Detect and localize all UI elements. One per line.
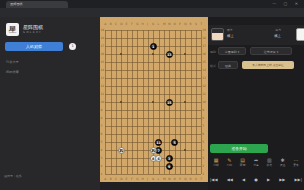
window-controls[interactable]: — ▢ ✕ — [272, 0, 301, 8]
coord-label-col: G — [136, 178, 138, 181]
toolbar: ▦判断✎支招▤研究➦分享▥棋谱✱设置⋯更多 — [210, 156, 302, 172]
coord-label-col: M — [163, 23, 166, 26]
app-window: 星阵围棋 — ▢ ✕ ← → 19x19.com/goweb 星 星阵围棋 GO… — [0, 0, 304, 190]
coord-label-row: 1 — [202, 173, 204, 176]
nav-button[interactable]: ▶ — [267, 175, 270, 184]
coord-label-col: P — [179, 23, 181, 26]
nav-button[interactable]: ● — [254, 175, 258, 184]
coord-label-row: 11 — [100, 93, 104, 96]
coord-label-row: 15 — [100, 61, 104, 64]
coord-label-row: 1 — [100, 173, 102, 176]
coord-label-row: 9 — [202, 109, 204, 112]
mode-row-label: 模式 — [210, 64, 216, 68]
board-bottom-strip — [100, 182, 208, 190]
coord-label-row: 4 — [202, 149, 204, 152]
coord-label-row: 5 — [100, 141, 102, 144]
coord-label-col: O — [174, 178, 176, 181]
nav-button[interactable]: ◀ — [242, 175, 245, 184]
coord-label-col: K — [152, 178, 154, 181]
coord-label-row: 16 — [100, 53, 104, 56]
black-stone-K17: 1 — [150, 43, 157, 50]
tool-分享[interactable]: ➦分享 — [250, 156, 262, 172]
coord-label-col: C — [115, 178, 117, 181]
tool-label: 支招 — [223, 164, 235, 168]
coord-label-col: T — [200, 178, 202, 181]
coord-label-col: L — [158, 178, 160, 181]
sidebar: 星 星阵围棋 GOLAXY 人机对弈 1 对弈大厅我的棋谱 星阵号 · 在线 — [0, 17, 100, 190]
start-game-button[interactable]: 准备开始 — [210, 144, 268, 153]
player-bar: 黑方 棋士 白方 棋士 — [208, 25, 304, 45]
coord-label-col: N — [168, 178, 170, 181]
tool-label: 设置 — [277, 164, 289, 168]
move-navigation: |◀◀◀◀◀●▶▶▶▶▶| — [210, 175, 302, 184]
black-player-name: 棋士 — [227, 34, 234, 38]
white-player-name: 棋士 — [274, 34, 281, 38]
coord-label-col: M — [163, 178, 166, 181]
browser-addressbar: ← → 19x19.com/goweb — [0, 8, 304, 17]
coord-label-row: 9 — [100, 109, 102, 112]
coord-label-col: Q — [184, 178, 186, 181]
coord-label-row: 12 — [202, 85, 206, 88]
coord-label-row: 7 — [202, 125, 204, 128]
coord-label-row: 6 — [100, 133, 102, 136]
coord-label-col: E — [126, 23, 128, 26]
coord-label-row: 18 — [202, 37, 206, 40]
coord-label-col: P — [179, 178, 181, 181]
coord-label-col: J — [147, 178, 148, 181]
coord-label-col: O — [174, 23, 176, 26]
coord-label-row: 17 — [202, 45, 206, 48]
coord-label-col: D — [120, 178, 122, 181]
black-stone-N16: 13 — [166, 51, 173, 58]
tool-label: 棋谱 — [263, 164, 275, 168]
coord-label-row: 13 — [202, 77, 206, 80]
coord-label-col: J — [147, 23, 148, 26]
coord-label-row: 6 — [202, 133, 204, 136]
coord-label-col: S — [195, 23, 197, 26]
coord-label-col: H — [142, 178, 144, 181]
promo-banner[interactable]: 多人模式已上线 点击前往 — [242, 61, 294, 69]
coord-label-col: T — [200, 23, 202, 26]
coord-label-row: 10 — [100, 101, 104, 104]
nav-button[interactable]: ▶▶| — [295, 175, 303, 184]
tool-设置[interactable]: ✱设置 — [277, 156, 289, 172]
coord-label-col: Q — [184, 23, 186, 26]
coord-label-col: D — [120, 23, 122, 26]
app-title: 星阵围棋 — [23, 24, 43, 30]
browser-tabbar: 星阵围棋 — ▢ ✕ — [0, 0, 304, 8]
coord-label-row: 16 — [202, 53, 206, 56]
browser-tab[interactable]: 星阵围棋 — [6, 1, 68, 8]
right-panel: 黑方 棋士 白方 棋士 规则 中国规则 ▾ 让先设置 ▾ 模式 经典 多人模式已… — [208, 17, 304, 190]
mode-chip[interactable]: 经典 — [218, 61, 238, 69]
coord-label-col: K — [152, 23, 154, 26]
black-player-avatar — [211, 28, 224, 41]
coord-label-row: 5 — [202, 141, 204, 144]
black-stone-N3: 3 — [166, 155, 173, 162]
coord-label-row: 17 — [100, 45, 104, 48]
sidebar-item[interactable]: 我的棋谱 — [6, 70, 19, 74]
coord-label-row: 8 — [202, 117, 204, 120]
coord-label-row: 14 — [202, 69, 206, 72]
app-logo-icon: 星 — [6, 23, 19, 36]
coord-label-col: E — [126, 178, 128, 181]
coord-label-col: F — [131, 23, 133, 26]
coord-label-row: 3 — [202, 157, 204, 160]
tool-label: 分享 — [250, 164, 262, 168]
handicap-dropdown[interactable]: 让先设置 ▾ — [250, 47, 292, 55]
sidebar-item[interactable]: 对弈大厅 — [6, 60, 19, 64]
coord-label-row: 10 — [202, 101, 206, 104]
coord-label-row: 13 — [100, 77, 104, 80]
coord-label-col: A — [104, 23, 106, 26]
tool-更多[interactable]: ⋯更多 — [290, 156, 302, 172]
coord-label-row: 8 — [100, 117, 102, 120]
coord-label-col: B — [110, 178, 112, 181]
coord-label-row: 15 — [202, 61, 206, 64]
tool-棋谱[interactable]: ▥棋谱 — [263, 156, 275, 172]
tool-研究[interactable]: ▤研究 — [237, 156, 249, 172]
coord-label-col: F — [131, 178, 133, 181]
white-player-label: 白方 — [275, 28, 281, 32]
black-stone-N10: 15 — [166, 99, 173, 106]
coord-label-row: 12 — [100, 85, 104, 88]
tool-判断[interactable]: ▦判断 — [210, 156, 222, 172]
rule-row-label: 规则 — [210, 50, 216, 54]
notification-badge: 1 — [69, 43, 76, 50]
coord-label-col: L — [158, 23, 160, 26]
nav-button[interactable]: ◀◀ — [227, 175, 233, 184]
coord-label-col: H — [142, 23, 144, 26]
coord-label-row: 14 — [100, 69, 104, 72]
coord-label-row: 19 — [100, 29, 104, 32]
coord-label-row: 7 — [100, 125, 102, 128]
white-player-avatar — [296, 28, 304, 41]
coord-label-col: N — [168, 23, 170, 26]
sidebar-footer: 星阵号 · 在线 — [4, 174, 22, 178]
play-ai-button[interactable]: 人机对弈 — [5, 42, 63, 51]
nav-button[interactable]: |◀◀ — [210, 175, 218, 184]
coord-label-col: C — [115, 23, 117, 26]
tool-label: 研究 — [237, 164, 249, 168]
coord-label-col: R — [190, 23, 192, 26]
coord-label-row: 2 — [100, 165, 102, 168]
coord-label-row: 2 — [202, 165, 204, 168]
rules-dropdown[interactable]: 中国规则 ▾ — [218, 47, 246, 55]
nav-button[interactable]: ▶▶ — [279, 175, 285, 184]
coord-label-row: 3 — [100, 157, 102, 160]
coord-label-col: R — [190, 178, 192, 181]
coord-label-row: 18 — [100, 37, 104, 40]
black-player-label: 黑方 — [227, 28, 233, 32]
black-stone-N2: 9 — [166, 163, 173, 170]
coord-label-row: 19 — [202, 29, 206, 32]
app-subtitle: GOLAXY — [23, 31, 42, 34]
coord-label-row: 11 — [202, 93, 206, 96]
tool-支招[interactable]: ✎支招 — [223, 156, 235, 172]
tool-label: 更多 — [290, 164, 302, 168]
coord-label-col: G — [136, 23, 138, 26]
go-board[interactable]: AABBCCDDEEFFGGHHJJKKLLMMNNOOPPQQRRSSTT19… — [100, 17, 208, 182]
coord-label-col: A — [104, 178, 106, 181]
coord-label-row: 4 — [100, 149, 102, 152]
coord-label-col: B — [110, 23, 112, 26]
tool-label: 判断 — [210, 164, 222, 168]
coord-label-col: S — [195, 178, 197, 181]
